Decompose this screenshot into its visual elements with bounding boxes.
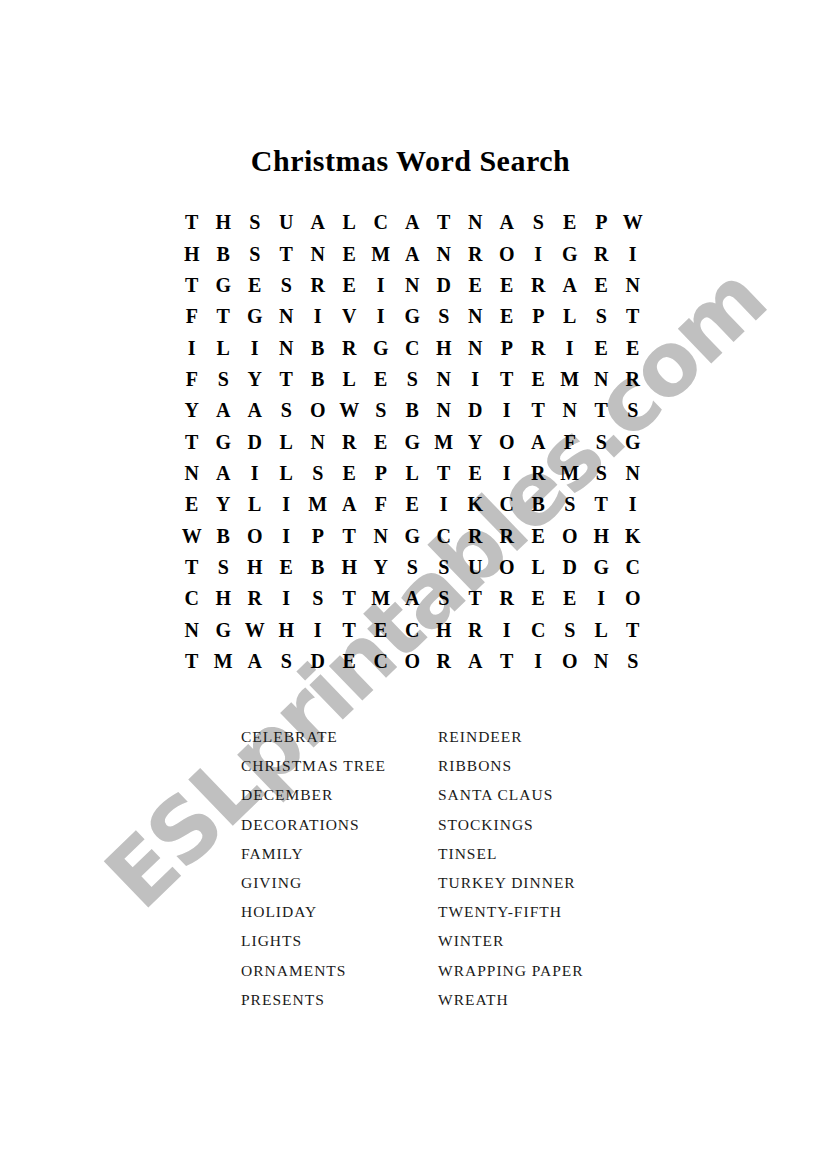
grid-cell: M — [428, 426, 460, 457]
grid-cell: B — [302, 552, 334, 583]
grid-cell: N — [271, 301, 303, 332]
grid-cell: I — [460, 364, 492, 395]
grid-cell: E — [460, 458, 492, 489]
grid-cell: T — [334, 583, 366, 614]
word-list-item: WINTER — [438, 926, 584, 955]
grid-cell: S — [617, 646, 649, 677]
grid-cell: G — [554, 238, 586, 269]
word-list-item: CELEBRATE — [241, 722, 386, 751]
grid-cell: H — [208, 583, 240, 614]
grid-cell: H — [586, 520, 618, 551]
grid-cell: S — [523, 207, 555, 238]
grid-cell: N — [586, 646, 618, 677]
grid-cell: E — [271, 552, 303, 583]
word-list-item: RIBBONS — [438, 751, 584, 780]
grid-cell: I — [176, 332, 208, 363]
grid-cell: S — [428, 583, 460, 614]
grid-cell: S — [586, 426, 618, 457]
grid-cell: E — [239, 270, 271, 301]
grid-cell: O — [554, 520, 586, 551]
word-list-item: TWENTY-FIFTH — [438, 897, 584, 926]
grid-cell: R — [491, 583, 523, 614]
grid-cell: S — [302, 583, 334, 614]
grid-cell: T — [176, 270, 208, 301]
grid-cell: Y — [365, 552, 397, 583]
grid-cell: A — [302, 207, 334, 238]
grid-cell: T — [586, 489, 618, 520]
grid-cell: F — [176, 364, 208, 395]
grid-cell: N — [428, 395, 460, 426]
grid-cell: S — [208, 364, 240, 395]
grid-cell: S — [302, 458, 334, 489]
grid-cell: I — [491, 614, 523, 645]
grid-cell: G — [208, 270, 240, 301]
grid-cell: T — [617, 301, 649, 332]
grid-cell: I — [617, 489, 649, 520]
grid-cell: S — [617, 395, 649, 426]
grid-cell: N — [460, 207, 492, 238]
grid-cell: G — [208, 426, 240, 457]
grid-cell: S — [586, 458, 618, 489]
word-list-item: TURKEY DINNER — [438, 868, 584, 897]
grid-cell: D — [460, 395, 492, 426]
grid-cell: N — [302, 426, 334, 457]
grid-cell: I — [523, 238, 555, 269]
grid-cell: C — [617, 552, 649, 583]
grid-cell: E — [460, 270, 492, 301]
grid-cell: Y — [208, 489, 240, 520]
word-list-item: PRESENTS — [241, 985, 386, 1014]
grid-cell: T — [428, 207, 460, 238]
grid-cell: I — [302, 614, 334, 645]
grid-cell: R — [460, 520, 492, 551]
grid-cell: K — [460, 489, 492, 520]
grid-cell: S — [271, 646, 303, 677]
grid-cell: I — [302, 301, 334, 332]
grid-cell: C — [365, 207, 397, 238]
grid-cell: S — [208, 552, 240, 583]
grid-cell: L — [586, 614, 618, 645]
grid-cell: L — [334, 364, 366, 395]
grid-cell: N — [460, 301, 492, 332]
grid-cell: E — [365, 614, 397, 645]
grid-cell: E — [365, 426, 397, 457]
grid-cell: N — [365, 520, 397, 551]
word-list-item: HOLIDAY — [241, 897, 386, 926]
grid-cell: W — [334, 395, 366, 426]
grid-cell: C — [397, 332, 429, 363]
grid-cell: A — [554, 270, 586, 301]
grid-cell: G — [586, 552, 618, 583]
grid-cell: E — [334, 270, 366, 301]
word-list-item: DECEMBER — [241, 780, 386, 809]
grid-cell: E — [365, 364, 397, 395]
grid-cell: M — [302, 489, 334, 520]
grid-cell: T — [428, 458, 460, 489]
grid-cell: R — [334, 426, 366, 457]
grid-cell: B — [208, 238, 240, 269]
grid-cell: A — [397, 583, 429, 614]
grid-cell: S — [397, 552, 429, 583]
grid-cell: I — [271, 583, 303, 614]
grid-cell: M — [554, 364, 586, 395]
grid-cell: R — [460, 238, 492, 269]
grid-cell: R — [523, 270, 555, 301]
grid-cell: E — [397, 489, 429, 520]
grid-cell: T — [523, 395, 555, 426]
grid-cell: D — [428, 270, 460, 301]
grid-cell: N — [617, 270, 649, 301]
grid-cell: N — [428, 364, 460, 395]
grid-cell: S — [397, 364, 429, 395]
grid-cell: G — [365, 332, 397, 363]
word-list-item: WRAPPING PAPER — [438, 956, 584, 985]
grid-cell: N — [617, 458, 649, 489]
grid-cell: E — [554, 207, 586, 238]
grid-cell: E — [334, 646, 366, 677]
grid-cell: I — [491, 395, 523, 426]
grid-cell: C — [491, 489, 523, 520]
grid-cell: E — [491, 301, 523, 332]
grid-cell: R — [460, 614, 492, 645]
grid-cell: I — [523, 646, 555, 677]
grid-cell: T — [176, 552, 208, 583]
grid-cell: T — [176, 426, 208, 457]
grid-cell: H — [271, 614, 303, 645]
worksheet-page: ESLprintables.com Christmas Word Search … — [0, 0, 821, 1169]
grid-cell: L — [554, 301, 586, 332]
grid-cell: G — [208, 614, 240, 645]
grid-cell: N — [302, 238, 334, 269]
grid-cell: L — [397, 458, 429, 489]
word-list-item: TINSEL — [438, 839, 584, 868]
grid-cell: W — [239, 614, 271, 645]
puzzle-title: Christmas Word Search — [0, 144, 821, 178]
grid-cell: I — [428, 489, 460, 520]
grid-cell: S — [554, 489, 586, 520]
grid-cell: P — [586, 207, 618, 238]
grid-cell: I — [239, 332, 271, 363]
grid-cell: E — [176, 489, 208, 520]
grid-cell: O — [491, 552, 523, 583]
grid-cell: R — [586, 238, 618, 269]
grid-cell: H — [428, 614, 460, 645]
grid-cell: A — [239, 646, 271, 677]
grid-cell: C — [397, 614, 429, 645]
grid-cell: D — [239, 426, 271, 457]
grid-cell: N — [397, 270, 429, 301]
grid-cell: T — [271, 364, 303, 395]
grid-cell: R — [239, 583, 271, 614]
grid-cell: T — [334, 520, 366, 551]
grid-cell: S — [239, 207, 271, 238]
word-list-item: ORNAMENTS — [241, 956, 386, 985]
grid-cell: O — [554, 646, 586, 677]
grid-cell: D — [554, 552, 586, 583]
grid-cell: S — [271, 395, 303, 426]
grid-cell: E — [586, 270, 618, 301]
grid-cell: R — [523, 332, 555, 363]
grid-cell: A — [208, 395, 240, 426]
grid-cell: F — [176, 301, 208, 332]
grid-cell: G — [397, 301, 429, 332]
grid-cell: T — [271, 238, 303, 269]
grid-cell: T — [586, 395, 618, 426]
word-list-item: REINDEER — [438, 722, 584, 751]
grid-cell: G — [617, 426, 649, 457]
grid-cell: T — [334, 614, 366, 645]
grid-cell: E — [523, 520, 555, 551]
word-list-item: CHRISTMAS TREE — [241, 751, 386, 780]
grid-cell: L — [208, 332, 240, 363]
grid-cell: H — [334, 552, 366, 583]
grid-cell: I — [586, 583, 618, 614]
grid-cell: F — [554, 426, 586, 457]
word-list-item: FAMILY — [241, 839, 386, 868]
grid-cell: I — [554, 332, 586, 363]
grid-cell: C — [523, 614, 555, 645]
grid-cell: M — [208, 646, 240, 677]
grid-cell: D — [302, 646, 334, 677]
grid-cell: N — [428, 238, 460, 269]
grid-cell: E — [617, 332, 649, 363]
grid-cell: E — [523, 583, 555, 614]
grid-cell: U — [460, 552, 492, 583]
grid-cell: M — [365, 583, 397, 614]
grid-cell: C — [428, 520, 460, 551]
grid-cell: S — [554, 614, 586, 645]
grid-cell: N — [460, 332, 492, 363]
grid-cell: E — [334, 238, 366, 269]
grid-cell: I — [365, 270, 397, 301]
grid-cell: O — [617, 583, 649, 614]
grid-cell: I — [239, 458, 271, 489]
grid-cell: M — [365, 238, 397, 269]
grid-cell: B — [302, 364, 334, 395]
grid-cell: R — [334, 332, 366, 363]
grid-cell: L — [271, 426, 303, 457]
grid-cell: A — [397, 207, 429, 238]
grid-cell: I — [491, 458, 523, 489]
grid-cell: K — [617, 520, 649, 551]
grid-cell: T — [176, 646, 208, 677]
grid-cell: R — [302, 270, 334, 301]
grid-cell: A — [460, 646, 492, 677]
grid-cell: B — [302, 332, 334, 363]
grid-cell: P — [302, 520, 334, 551]
grid-cell: A — [334, 489, 366, 520]
grid-cell: I — [617, 238, 649, 269]
grid-cell: T — [208, 301, 240, 332]
word-list-item: WREATH — [438, 985, 584, 1014]
grid-cell: V — [334, 301, 366, 332]
word-list-item: LIGHTS — [241, 926, 386, 955]
grid-cell: R — [491, 520, 523, 551]
grid-cell: A — [239, 395, 271, 426]
grid-cell: N — [554, 395, 586, 426]
grid-cell: E — [586, 332, 618, 363]
grid-cell: O — [302, 395, 334, 426]
grid-cell: R — [617, 364, 649, 395]
grid-cell: S — [365, 395, 397, 426]
grid-cell: R — [523, 458, 555, 489]
grid-cell: E — [491, 270, 523, 301]
grid-cell: Y — [239, 364, 271, 395]
word-list-item: DECORATIONS — [241, 810, 386, 839]
word-search-grid: THSUALCATNASEPWHBSTNEMANROIGRITGESREINDE… — [176, 207, 649, 677]
grid-cell: T — [617, 614, 649, 645]
grid-cell: P — [523, 301, 555, 332]
grid-cell: A — [491, 207, 523, 238]
grid-cell: H — [428, 332, 460, 363]
grid-cell: A — [208, 458, 240, 489]
word-list-item: SANTA CLAUS — [438, 780, 584, 809]
grid-cell: O — [491, 238, 523, 269]
grid-cell: W — [617, 207, 649, 238]
grid-cell: L — [523, 552, 555, 583]
grid-cell: T — [176, 207, 208, 238]
grid-cell: M — [554, 458, 586, 489]
grid-cell: F — [365, 489, 397, 520]
grid-cell: E — [554, 583, 586, 614]
grid-cell: I — [271, 489, 303, 520]
grid-cell: S — [428, 301, 460, 332]
grid-cell: T — [460, 583, 492, 614]
word-list-item: STOCKINGS — [438, 810, 584, 839]
grid-cell: L — [239, 489, 271, 520]
grid-cell: G — [239, 301, 271, 332]
word-list-right-column: REINDEERRIBBONSSANTA CLAUSSTOCKINGSTINSE… — [438, 722, 584, 1014]
grid-cell: N — [176, 614, 208, 645]
grid-cell: E — [334, 458, 366, 489]
grid-cell: Y — [176, 395, 208, 426]
grid-cell: W — [176, 520, 208, 551]
grid-cell: Y — [460, 426, 492, 457]
grid-cell: B — [397, 395, 429, 426]
grid-cell: B — [523, 489, 555, 520]
grid-cell: N — [586, 364, 618, 395]
grid-cell: B — [208, 520, 240, 551]
grid-cell: H — [176, 238, 208, 269]
grid-cell: E — [523, 364, 555, 395]
grid-cell: N — [271, 332, 303, 363]
grid-cell: I — [271, 520, 303, 551]
grid-cell: C — [365, 646, 397, 677]
grid-cell: O — [491, 426, 523, 457]
grid-cell: L — [334, 207, 366, 238]
grid-cell: A — [397, 238, 429, 269]
grid-cell: O — [239, 520, 271, 551]
grid-cell: S — [586, 301, 618, 332]
grid-cell: T — [491, 364, 523, 395]
grid-cell: O — [397, 646, 429, 677]
word-list-item: GIVING — [241, 868, 386, 897]
grid-cell: S — [428, 552, 460, 583]
grid-cell: R — [428, 646, 460, 677]
grid-cell: S — [239, 238, 271, 269]
grid-cell: S — [271, 270, 303, 301]
grid-cell: C — [176, 583, 208, 614]
grid-cell: G — [397, 520, 429, 551]
grid-cell: T — [491, 646, 523, 677]
grid-cell: L — [271, 458, 303, 489]
grid-cell: I — [365, 301, 397, 332]
grid-cell: H — [208, 207, 240, 238]
word-list: CELEBRATECHRISTMAS TREEDECEMBERDECORATIO… — [0, 722, 821, 1022]
grid-cell: P — [491, 332, 523, 363]
grid-cell: P — [365, 458, 397, 489]
grid-cell: A — [523, 426, 555, 457]
grid-cell: G — [397, 426, 429, 457]
word-list-left-column: CELEBRATECHRISTMAS TREEDECEMBERDECORATIO… — [241, 722, 386, 1014]
grid-cell: N — [176, 458, 208, 489]
grid-cell: H — [239, 552, 271, 583]
grid-cell: U — [271, 207, 303, 238]
